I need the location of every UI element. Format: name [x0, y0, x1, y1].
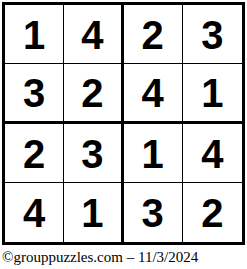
cell-r2c1: 3 [5, 64, 64, 123]
cell-r4c4: 2 [183, 183, 242, 242]
cell-r1c1: 1 [5, 5, 64, 64]
cell-r4c3: 3 [124, 183, 183, 242]
sudoku-board: 1 4 2 3 3 2 4 1 2 3 1 4 4 1 3 2 [2, 2, 245, 245]
cell-r3c2: 3 [64, 124, 123, 183]
cell-r1c2: 4 [64, 5, 123, 64]
cell-r4c2: 1 [64, 183, 123, 242]
cell-r1c3: 2 [124, 5, 183, 64]
cell-r3c4: 4 [183, 124, 242, 183]
cell-r2c4: 1 [183, 64, 242, 123]
cell-r1c4: 3 [183, 5, 242, 64]
cell-r3c1: 2 [5, 124, 64, 183]
credit-line: ©grouppuzzles.com – 11/3/2024 [2, 249, 247, 266]
cell-r3c3: 1 [124, 124, 183, 183]
cell-r2c3: 4 [124, 64, 183, 123]
cell-r2c2: 2 [64, 64, 123, 123]
cell-r4c1: 4 [5, 183, 64, 242]
